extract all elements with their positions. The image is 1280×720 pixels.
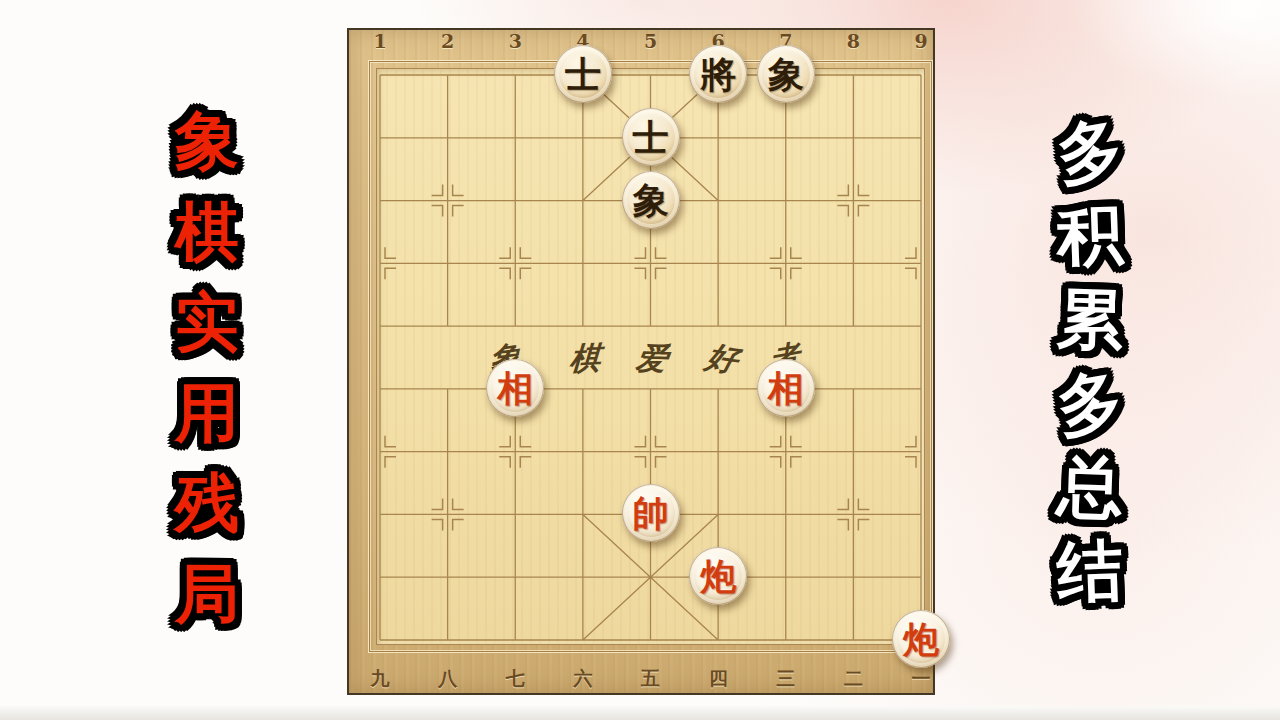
river-char: 好 [693,335,751,383]
piece-glyph: 象 [633,182,669,218]
piece-glyph: 炮 [700,558,736,594]
piece-red-炮[interactable]: 炮 [689,547,747,605]
piece-red-相[interactable]: 相 [486,359,544,417]
file-label-bottom-7: 三 [764,666,808,692]
left-caption-char: 残 [142,460,272,547]
piece-black-象[interactable]: 象 [622,171,680,229]
left-caption-char: 用 [142,370,272,457]
left-caption-char: 实 [142,279,272,366]
file-label-top-9: 9 [899,30,943,52]
piece-glyph: 相 [497,370,533,406]
river-char: 爱 [625,337,679,380]
piece-red-帥[interactable]: 帥 [622,484,680,542]
piece-glyph: 帥 [633,495,669,531]
file-label-bottom-5: 五 [629,666,673,692]
file-label-top-8: 8 [831,30,875,52]
piece-glyph: 將 [700,56,736,92]
file-label-bottom-2: 八 [426,666,470,692]
file-label-top-3: 3 [493,30,537,52]
piece-glyph: 士 [633,119,669,155]
letterbox-strip [0,706,1280,720]
piece-glyph: 士 [565,56,601,92]
file-label-top-5: 5 [629,30,673,52]
file-label-bottom-3: 七 [493,666,537,692]
right-caption-char: 总 [1023,441,1156,535]
file-label-bottom-9: 一 [899,666,943,692]
right-caption-char: 结 [1023,525,1156,619]
piece-glyph: 炮 [903,621,939,657]
file-label-bottom-1: 九 [358,666,402,692]
right-caption-char: 积 [1023,189,1156,283]
file-label-bottom-8: 二 [831,666,875,692]
left-caption-char: 棋 [142,189,272,276]
file-label-bottom-6: 四 [696,666,740,692]
piece-black-將[interactable]: 將 [689,45,747,103]
piece-black-象[interactable]: 象 [757,45,815,103]
left-caption-char: 象 [142,98,272,185]
piece-black-士[interactable]: 士 [622,108,680,166]
file-label-top-1: 1 [358,30,402,52]
piece-red-相[interactable]: 相 [757,359,815,417]
piece-black-士[interactable]: 士 [554,45,612,103]
river-char: 棋 [560,337,610,382]
piece-glyph: 象 [768,56,804,92]
file-label-bottom-4: 六 [561,666,605,692]
piece-glyph: 相 [768,370,804,406]
piece-red-炮[interactable]: 炮 [892,610,950,668]
video-frame: 123456789 九八七六五四三二一 象棋爱好者 士將象士象相相帥炮炮 象棋实… [0,0,1280,720]
left-caption-char: 局 [142,551,272,638]
file-label-top-2: 2 [426,30,470,52]
